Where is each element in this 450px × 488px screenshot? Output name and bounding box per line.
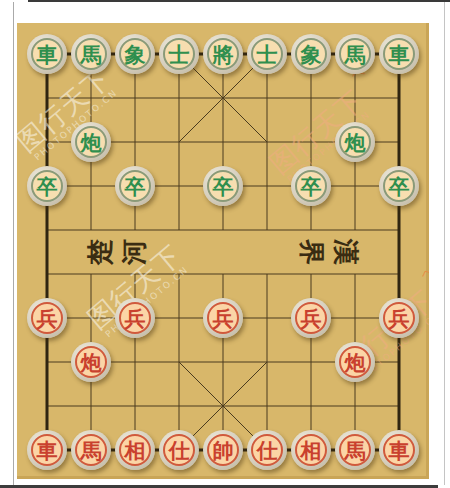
river-label-left: 楚 河 — [87, 239, 147, 265]
piece-glyph: 兵 — [119, 302, 151, 334]
piece-馬-red[interactable]: 馬 — [71, 430, 111, 470]
piece-glyph: 卒 — [295, 170, 327, 202]
piece-士-black[interactable]: 士 — [247, 34, 287, 74]
piece-glyph: 仕 — [163, 434, 195, 466]
right-edge-line — [444, 2, 445, 485]
piece-glyph: 士 — [251, 38, 283, 70]
piece-glyph: 將 — [207, 38, 239, 70]
piece-象-black[interactable]: 象 — [291, 34, 331, 74]
left-edge-line — [13, 2, 14, 485]
piece-相-red[interactable]: 相 — [115, 430, 155, 470]
piece-車-red[interactable]: 車 — [379, 430, 419, 470]
piece-glyph: 象 — [295, 38, 327, 70]
piece-炮-red[interactable]: 炮 — [335, 342, 375, 382]
piece-glyph: 帥 — [207, 434, 239, 466]
top-edge-line — [28, 0, 450, 2]
piece-帥-red[interactable]: 帥 — [203, 430, 243, 470]
piece-相-red[interactable]: 相 — [291, 430, 331, 470]
piece-卒-black[interactable]: 卒 — [115, 166, 155, 206]
piece-glyph: 車 — [31, 38, 63, 70]
piece-兵-red[interactable]: 兵 — [379, 298, 419, 338]
piece-glyph: 象 — [119, 38, 151, 70]
piece-glyph: 馬 — [339, 434, 371, 466]
piece-仕-red[interactable]: 仕 — [159, 430, 199, 470]
piece-glyph: 兵 — [31, 302, 63, 334]
piece-glyph: 仕 — [251, 434, 283, 466]
piece-將-black[interactable]: 將 — [203, 34, 243, 74]
piece-兵-red[interactable]: 兵 — [291, 298, 331, 338]
piece-兵-red[interactable]: 兵 — [203, 298, 243, 338]
piece-炮-black[interactable]: 炮 — [335, 122, 375, 162]
river-char: 河 — [121, 239, 147, 265]
piece-glyph: 炮 — [339, 126, 371, 158]
piece-glyph: 卒 — [383, 170, 415, 202]
piece-卒-black[interactable]: 卒 — [379, 166, 419, 206]
river-label-right: 界 漢 — [299, 239, 359, 265]
piece-炮-black[interactable]: 炮 — [71, 122, 111, 162]
piece-馬-red[interactable]: 馬 — [335, 430, 375, 470]
piece-glyph: 卒 — [119, 170, 151, 202]
river-char: 楚 — [87, 239, 113, 265]
piece-glyph: 車 — [383, 434, 415, 466]
river-char: 界 — [299, 239, 325, 265]
xiangqi-screenshot: 图行天下 PHOTOPHOTO.CN ヘ 图行天下 PHOTOPHOTO.CN … — [0, 0, 450, 488]
piece-glyph: 兵 — [295, 302, 327, 334]
piece-glyph: 馬 — [75, 434, 107, 466]
piece-glyph: 卒 — [207, 170, 239, 202]
piece-glyph: 兵 — [383, 302, 415, 334]
piece-卒-black[interactable]: 卒 — [203, 166, 243, 206]
piece-glyph: 卒 — [31, 170, 63, 202]
piece-卒-black[interactable]: 卒 — [27, 166, 67, 206]
piece-兵-red[interactable]: 兵 — [27, 298, 67, 338]
piece-象-black[interactable]: 象 — [115, 34, 155, 74]
piece-glyph: 炮 — [75, 126, 107, 158]
piece-glyph: 炮 — [339, 346, 371, 378]
piece-炮-red[interactable]: 炮 — [71, 342, 111, 382]
piece-glyph: 相 — [295, 434, 327, 466]
piece-卒-black[interactable]: 卒 — [291, 166, 331, 206]
piece-glyph: 士 — [163, 38, 195, 70]
piece-glyph: 馬 — [75, 38, 107, 70]
piece-馬-black[interactable]: 馬 — [71, 34, 111, 74]
piece-glyph: 車 — [383, 38, 415, 70]
piece-glyph: 馬 — [339, 38, 371, 70]
piece-glyph: 炮 — [75, 346, 107, 378]
piece-士-black[interactable]: 士 — [159, 34, 199, 74]
piece-仕-red[interactable]: 仕 — [247, 430, 287, 470]
piece-車-red[interactable]: 車 — [27, 430, 67, 470]
piece-馬-black[interactable]: 馬 — [335, 34, 375, 74]
piece-glyph: 兵 — [207, 302, 239, 334]
board-grid — [17, 23, 429, 479]
xiangqi-board[interactable]: 图行天下 PHOTOPHOTO.CN ヘ 图行天下 PHOTOPHOTO.CN … — [17, 23, 429, 479]
piece-glyph: 車 — [31, 434, 63, 466]
river-char: 漢 — [333, 239, 359, 265]
piece-車-black[interactable]: 車 — [27, 34, 67, 74]
piece-車-black[interactable]: 車 — [379, 34, 419, 74]
piece-glyph: 相 — [119, 434, 151, 466]
piece-兵-red[interactable]: 兵 — [115, 298, 155, 338]
